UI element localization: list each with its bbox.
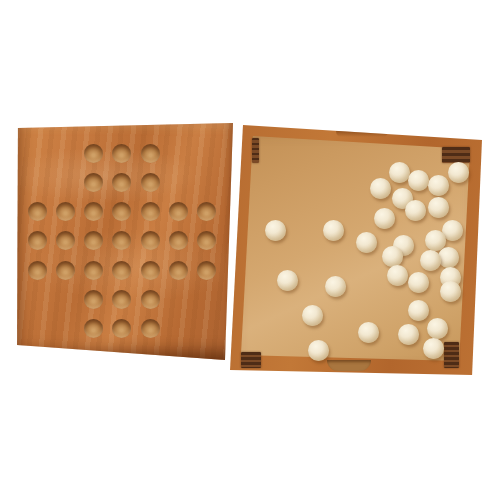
wooden-ball [265,220,286,241]
wooden-ball [398,324,419,345]
wooden-ball [448,162,469,183]
wooden-ball [427,318,448,339]
product-photo-peg-solitaire [0,0,500,500]
wooden-ball [440,281,461,302]
wooden-ball [277,270,298,291]
wooden-ball [308,340,329,361]
wooden-ball [358,322,379,343]
wooden-ball [374,208,395,229]
solitaire-board [16,123,233,361]
wooden-ball [420,250,441,271]
board-edge-shading [16,123,233,361]
wooden-ball [323,220,344,241]
wooden-ball [387,265,408,286]
wooden-ball [408,272,429,293]
wooden-ball [423,338,444,359]
wooden-ball [405,200,426,221]
tray-balls-layer [229,122,483,376]
wooden-ball [382,246,403,267]
wooden-ball [408,300,429,321]
wooden-ball [425,230,446,251]
wooden-ball [438,247,459,268]
wooden-ball [389,162,410,183]
wooden-ball [302,305,323,326]
wooden-ball [370,178,391,199]
wooden-ball [356,232,377,253]
storage-tray [229,122,483,376]
wooden-ball [428,175,449,196]
wooden-ball [428,197,449,218]
wooden-ball [325,276,346,297]
wooden-ball [408,170,429,191]
